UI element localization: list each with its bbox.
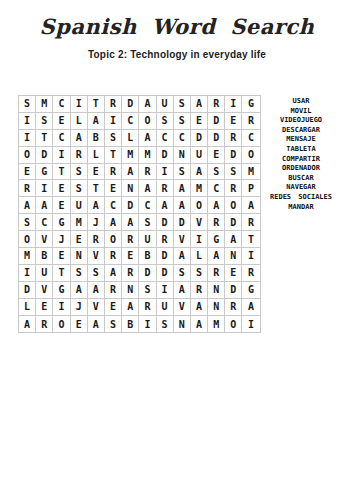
- grid-cell-r9c9: R: [157, 231, 174, 248]
- word-list-item: DESCARGAR: [254, 126, 348, 136]
- grid-cell-r4c5: L: [88, 147, 105, 164]
- grid-cell-r9c2: V: [36, 231, 53, 248]
- grid-cell-r2c3: E: [53, 113, 70, 130]
- grid-cell-r8c9: D: [157, 214, 174, 231]
- grid-cell-r5c1: E: [19, 164, 36, 181]
- word-list-item: ORDENADOR: [254, 164, 348, 174]
- grid-cell-r11c14: R: [242, 265, 259, 282]
- grid-cell-r10c4: N: [71, 248, 88, 265]
- grid-cell-r8c8: S: [139, 214, 156, 231]
- word-list-item: COMPARTIR: [254, 155, 348, 165]
- word-list-item: NAVEGAR: [254, 183, 348, 193]
- word-search-grid: SMCITRDAUSARIGISELAICOSSEDERITCABSLACCDD…: [18, 95, 261, 333]
- grid-cell-r6c10: A: [174, 180, 191, 197]
- grid-cell-r10c10: A: [174, 248, 191, 265]
- grid-cell-r6c3: E: [53, 180, 70, 197]
- grid-cell-r14c10: N: [174, 316, 191, 333]
- grid-cell-r12c5: A: [88, 282, 105, 299]
- grid-cell-r6c4: S: [71, 180, 88, 197]
- grid-cell-r11c3: T: [53, 265, 70, 282]
- grid-cell-r3c9: C: [157, 130, 174, 147]
- grid-cell-r13c12: N: [208, 299, 225, 316]
- grid-cell-r10c5: V: [88, 248, 105, 265]
- grid-cell-r11c7: R: [122, 265, 139, 282]
- grid-cell-r3c7: L: [122, 130, 139, 147]
- grid-cell-r3c10: C: [174, 130, 191, 147]
- grid-cell-r7c5: A: [88, 197, 105, 214]
- grid-cell-r6c7: N: [122, 180, 139, 197]
- grid-cell-r7c11: O: [191, 197, 208, 214]
- grid-cell-r14c11: A: [191, 316, 208, 333]
- grid-cell-r9c3: J: [53, 231, 70, 248]
- grid-cell-r5c8: R: [139, 164, 156, 181]
- grid-cell-r8c3: G: [53, 214, 70, 231]
- grid-cell-r5c3: T: [53, 164, 70, 181]
- grid-cell-r4c7: M: [122, 147, 139, 164]
- page-title: Spanish Word Search: [0, 14, 354, 39]
- grid-cell-r12c1: D: [19, 282, 36, 299]
- grid-cell-r1c8: A: [139, 96, 156, 113]
- grid-cell-r11c13: E: [225, 265, 242, 282]
- grid-cell-r4c9: D: [157, 147, 174, 164]
- grid-cell-r14c2: R: [36, 316, 53, 333]
- grid-cell-r13c5: V: [88, 299, 105, 316]
- grid-cell-r2c5: A: [88, 113, 105, 130]
- grid-cell-r2c11: E: [191, 113, 208, 130]
- grid-cell-r11c2: U: [36, 265, 53, 282]
- grid-cell-r4c3: I: [53, 147, 70, 164]
- grid-cell-r3c11: D: [191, 130, 208, 147]
- grid-cell-r1c12: R: [208, 96, 225, 113]
- grid-cell-r4c4: R: [71, 147, 88, 164]
- grid-cell-r3c6: S: [105, 130, 122, 147]
- grid-cell-r9c13: A: [225, 231, 242, 248]
- grid-cell-r1c11: A: [191, 96, 208, 113]
- grid-cell-r14c9: S: [157, 316, 174, 333]
- grid-cell-r11c5: S: [88, 265, 105, 282]
- grid-cell-r7c10: A: [174, 197, 191, 214]
- grid-cell-r12c10: A: [174, 282, 191, 299]
- grid-cell-r8c2: C: [36, 214, 53, 231]
- grid-cell-r10c3: E: [53, 248, 70, 265]
- grid-cell-r6c9: R: [157, 180, 174, 197]
- grid-cell-r12c8: S: [139, 282, 156, 299]
- grid-cell-r11c8: D: [139, 265, 156, 282]
- worksheet-page: Spanish Word Search Topic 2: Technology …: [0, 0, 354, 500]
- grid-cell-r14c14: I: [242, 316, 259, 333]
- grid-cell-r3c12: D: [208, 130, 225, 147]
- grid-cell-r4c12: E: [208, 147, 225, 164]
- grid-cell-r5c9: I: [157, 164, 174, 181]
- grid-cell-r11c11: S: [191, 265, 208, 282]
- grid-cell-r8c14: R: [242, 214, 259, 231]
- grid-cell-r4c6: T: [105, 147, 122, 164]
- grid-cell-r7c7: D: [122, 197, 139, 214]
- grid-cell-r11c1: I: [19, 265, 36, 282]
- grid-cell-r5c12: S: [208, 164, 225, 181]
- grid-cell-r9c11: I: [191, 231, 208, 248]
- grid-cell-r14c12: M: [208, 316, 225, 333]
- grid-cell-r5c4: S: [71, 164, 88, 181]
- grid-cell-r2c9: S: [157, 113, 174, 130]
- grid-cell-r5c11: A: [191, 164, 208, 181]
- grid-cell-r13c2: E: [36, 299, 53, 316]
- grid-cell-r10c13: N: [225, 248, 242, 265]
- grid-cell-r10c11: L: [191, 248, 208, 265]
- grid-cell-r5c2: G: [36, 164, 53, 181]
- grid-cell-r4c11: U: [191, 147, 208, 164]
- word-list-item: MENSAJE: [254, 135, 348, 145]
- grid-cell-r13c7: A: [122, 299, 139, 316]
- grid-cell-r9c10: V: [174, 231, 191, 248]
- grid-cell-r9c7: R: [122, 231, 139, 248]
- grid-cell-r2c7: C: [122, 113, 139, 130]
- grid-cell-r13c8: R: [139, 299, 156, 316]
- grid-cell-r1c10: S: [174, 96, 191, 113]
- grid-cell-r5c5: E: [88, 164, 105, 181]
- grid-cell-r11c4: S: [71, 265, 88, 282]
- grid-cell-r12c3: G: [53, 282, 70, 299]
- grid-cell-r12c7: N: [122, 282, 139, 299]
- grid-cell-r10c9: D: [157, 248, 174, 265]
- grid-cell-r7c2: A: [36, 197, 53, 214]
- grid-cell-r10c6: R: [105, 248, 122, 265]
- grid-cell-r2c12: D: [208, 113, 225, 130]
- grid-cell-r2c4: L: [71, 113, 88, 130]
- grid-cell-r7c8: C: [139, 197, 156, 214]
- grid-cell-r2c1: I: [19, 113, 36, 130]
- grid-cell-r6c12: C: [208, 180, 225, 197]
- grid-cell-r8c10: D: [174, 214, 191, 231]
- grid-cell-r1c2: M: [36, 96, 53, 113]
- word-list-item: VIDEOJUEGO: [254, 116, 348, 126]
- grid-cell-r14c6: S: [105, 316, 122, 333]
- grid-cell-r8c13: D: [225, 214, 242, 231]
- grid-cell-r13c1: L: [19, 299, 36, 316]
- grid-cell-r3c1: I: [19, 130, 36, 147]
- grid-cell-r4c8: M: [139, 147, 156, 164]
- grid-cell-r8c7: A: [122, 214, 139, 231]
- grid-cell-r7c9: A: [157, 197, 174, 214]
- grid-cell-r5c7: A: [122, 164, 139, 181]
- grid-cell-r10c12: A: [208, 248, 225, 265]
- grid-cell-r11c6: A: [105, 265, 122, 282]
- grid-cell-r9c6: O: [105, 231, 122, 248]
- page-subtitle: Topic 2: Technology in everyday life: [0, 49, 354, 60]
- word-list: USARMOVILVIDEOJUEGODESCARGARMENSAJETABLE…: [254, 97, 348, 212]
- grid-cell-r9c12: G: [208, 231, 225, 248]
- grid-cell-r9c1: O: [19, 231, 36, 248]
- grid-cell-r12c14: G: [242, 282, 259, 299]
- grid-cell-r12c6: R: [105, 282, 122, 299]
- grid-cell-r10c14: I: [242, 248, 259, 265]
- grid-cell-r10c1: M: [19, 248, 36, 265]
- grid-cell-r6c6: E: [105, 180, 122, 197]
- grid-cell-r7c13: O: [225, 197, 242, 214]
- grid-cell-r13c14: A: [242, 299, 259, 316]
- grid-cell-r1c3: C: [53, 96, 70, 113]
- grid-cell-r14c3: O: [53, 316, 70, 333]
- grid-cell-r1c7: D: [122, 96, 139, 113]
- grid-cell-r5c13: S: [225, 164, 242, 181]
- grid-cell-r12c12: N: [208, 282, 225, 299]
- grid-cell-r9c8: U: [139, 231, 156, 248]
- grid-cell-r4c13: D: [225, 147, 242, 164]
- grid-cell-r9c5: R: [88, 231, 105, 248]
- grid-cell-r3c2: T: [36, 130, 53, 147]
- grid-cell-r9c4: E: [71, 231, 88, 248]
- grid-cell-r13c9: U: [157, 299, 174, 316]
- grid-cell-r10c2: B: [36, 248, 53, 265]
- grid-cell-r7c6: C: [105, 197, 122, 214]
- grid-cell-r1c9: U: [157, 96, 174, 113]
- grid-cell-r2c2: S: [36, 113, 53, 130]
- grid-cell-r13c10: V: [174, 299, 191, 316]
- grid-cell-r7c1: A: [19, 197, 36, 214]
- grid-cell-r13c13: R: [225, 299, 242, 316]
- grid-cell-r6c13: R: [225, 180, 242, 197]
- grid-cell-r5c6: R: [105, 164, 122, 181]
- grid-cell-r2c10: S: [174, 113, 191, 130]
- grid-cell-r14c5: A: [88, 316, 105, 333]
- grid-cell-r14c13: O: [225, 316, 242, 333]
- grid-cell-r1c6: R: [105, 96, 122, 113]
- grid-cell-r10c7: E: [122, 248, 139, 265]
- grid-cell-r3c13: R: [225, 130, 242, 147]
- grid-cell-r4c1: O: [19, 147, 36, 164]
- grid-cell-r1c1: S: [19, 96, 36, 113]
- grid-cell-r1c4: I: [71, 96, 88, 113]
- grid-cell-r9c14: T: [242, 231, 259, 248]
- grid-cell-r3c3: C: [53, 130, 70, 147]
- word-list-item: MANDAR: [254, 203, 348, 213]
- grid-cell-r3c5: B: [88, 130, 105, 147]
- grid-cell-r13c4: J: [71, 299, 88, 316]
- grid-cell-r5c10: S: [174, 164, 191, 181]
- grid-cell-r12c2: V: [36, 282, 53, 299]
- grid-cell-r12c9: I: [157, 282, 174, 299]
- grid-cell-r13c11: A: [191, 299, 208, 316]
- grid-cell-r2c8: O: [139, 113, 156, 130]
- grid-cell-r14c7: B: [122, 316, 139, 333]
- grid-cell-r2c13: E: [225, 113, 242, 130]
- word-list-item: REDES SOCIALES: [254, 193, 348, 203]
- grid-cell-r14c8: I: [139, 316, 156, 333]
- grid-cell-r14c4: E: [71, 316, 88, 333]
- grid-cell-r12c13: D: [225, 282, 242, 299]
- grid-cell-r8c12: R: [208, 214, 225, 231]
- grid-cell-r4c10: N: [174, 147, 191, 164]
- word-list-item: USAR: [254, 97, 348, 107]
- grid-cell-r7c3: E: [53, 197, 70, 214]
- grid-cell-r1c5: T: [88, 96, 105, 113]
- grid-cell-r10c8: B: [139, 248, 156, 265]
- grid-cell-r7c4: U: [71, 197, 88, 214]
- grid-cell-r8c11: V: [191, 214, 208, 231]
- grid-cell-r11c10: S: [174, 265, 191, 282]
- grid-cell-r6c2: I: [36, 180, 53, 197]
- grid-cell-r13c3: I: [53, 299, 70, 316]
- grid-cell-r11c12: R: [208, 265, 225, 282]
- grid-cell-r2c6: I: [105, 113, 122, 130]
- grid-cell-r1c13: I: [225, 96, 242, 113]
- grid-cell-r6c11: M: [191, 180, 208, 197]
- grid-cell-r12c4: A: [71, 282, 88, 299]
- word-list-item: MOVIL: [254, 107, 348, 117]
- grid-cell-r13c6: E: [105, 299, 122, 316]
- word-list-item: BUSCAR: [254, 174, 348, 184]
- grid-cell-r7c12: A: [208, 197, 225, 214]
- grid-cell-r6c8: A: [139, 180, 156, 197]
- word-list-item: TABLETA: [254, 145, 348, 155]
- grid-cell-r6c1: R: [19, 180, 36, 197]
- grid-cell-r3c4: A: [71, 130, 88, 147]
- grid-cell-r8c4: M: [71, 214, 88, 231]
- grid-cell-r8c5: J: [88, 214, 105, 231]
- grid-cell-r6c5: T: [88, 180, 105, 197]
- grid-cell-r3c8: A: [139, 130, 156, 147]
- grid-cell-r4c2: D: [36, 147, 53, 164]
- grid-cell-r8c1: S: [19, 214, 36, 231]
- grid-cell-r8c6: A: [105, 214, 122, 231]
- grid-cell-r14c1: A: [19, 316, 36, 333]
- grid-cell-r11c9: D: [157, 265, 174, 282]
- grid-cell-r12c11: R: [191, 282, 208, 299]
